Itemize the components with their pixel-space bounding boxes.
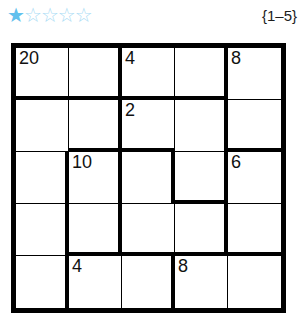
star-empty-icon: ☆: [58, 3, 75, 27]
grid-cell-r1c0[interactable]: [16, 100, 69, 152]
cage-clue: 4: [72, 256, 82, 276]
cage-clue: 6: [231, 152, 241, 172]
puzzle-page: ★☆☆☆☆ {1–5} 2048210648: [0, 0, 299, 329]
cage-clue: 8: [231, 48, 241, 68]
cage-clue: 2: [125, 100, 135, 120]
grid-cell-r3c0[interactable]: [16, 204, 69, 256]
grid-cell-r2c0[interactable]: [16, 152, 69, 204]
grid-cell-r4c1[interactable]: 4: [69, 256, 122, 308]
digit-range-label: {1–5}: [262, 7, 297, 25]
difficulty-stars: ★☆☆☆☆: [7, 3, 92, 27]
grid-cell-r1c4[interactable]: [228, 100, 281, 152]
grid-cell-r2c1[interactable]: 10: [69, 152, 122, 204]
grid-cell-r2c4[interactable]: 6: [228, 152, 281, 204]
grid-cell-r2c3[interactable]: [175, 152, 228, 204]
grid-cell-r0c2[interactable]: 4: [122, 48, 175, 100]
grid-cell-r4c2[interactable]: [122, 256, 175, 308]
grid-cell-r1c3[interactable]: [175, 100, 228, 152]
grid-cell-r3c3[interactable]: [175, 204, 228, 256]
grid-cell-r4c4[interactable]: [228, 256, 281, 308]
grid-cell-r3c2[interactable]: [122, 204, 175, 256]
grid-cell-r1c1[interactable]: [69, 100, 122, 152]
star-empty-icon: ☆: [24, 3, 41, 27]
star-empty-icon: ☆: [41, 3, 58, 27]
grid-cell-r0c0[interactable]: 20: [16, 48, 69, 100]
cage-clue: 8: [178, 256, 188, 276]
cage-clue: 20: [19, 48, 39, 68]
star-filled-icon: ★: [7, 3, 24, 27]
cage-clue: 10: [72, 152, 92, 172]
grid-cell-r4c3[interactable]: 8: [175, 256, 228, 308]
grid-cell-r3c4[interactable]: [228, 204, 281, 256]
grid-cell-r1c2[interactable]: 2: [122, 100, 175, 152]
cage-clue: 4: [125, 48, 135, 68]
grid-cell-r0c3[interactable]: [175, 48, 228, 100]
grid-cell-r0c1[interactable]: [69, 48, 122, 100]
grid-cell-r4c0[interactable]: [16, 256, 69, 308]
grid-cell-r0c4[interactable]: 8: [228, 48, 281, 100]
grid-cell-r3c1[interactable]: [69, 204, 122, 256]
grid-cell-r2c2[interactable]: [122, 152, 175, 204]
star-empty-icon: ☆: [75, 3, 92, 27]
puzzle-grid: 2048210648: [11, 43, 286, 313]
